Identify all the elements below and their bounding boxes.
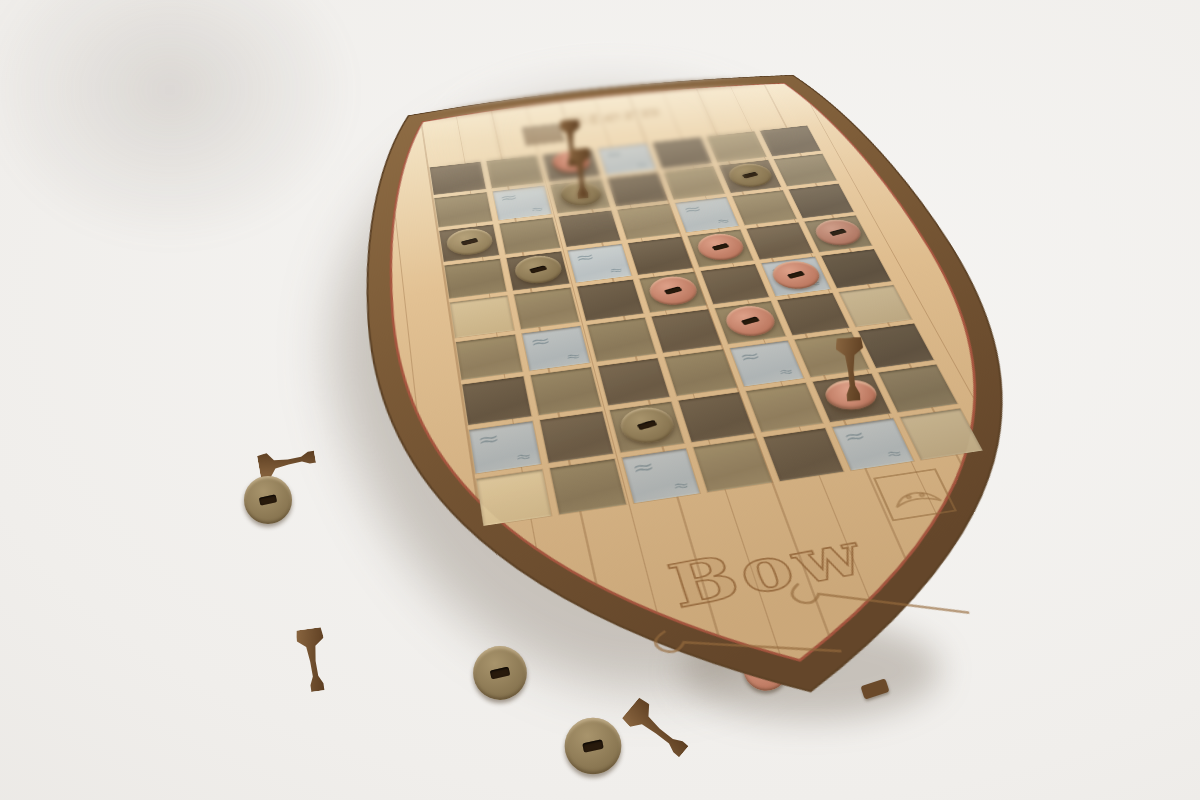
disc-slot <box>741 316 760 325</box>
standing-pin-on-pink-disc[interactable] <box>826 333 877 399</box>
disc-slot <box>664 286 682 294</box>
wood-disc-piece-table[interactable] <box>244 476 292 524</box>
disc-slot <box>787 271 805 279</box>
belaying-pin-piece-table[interactable] <box>257 445 317 479</box>
disc-slot <box>259 494 277 505</box>
game-board: Stern Bow <box>349 59 1193 773</box>
disc-slot <box>529 265 547 273</box>
standing-pin-on-wood-disc[interactable] <box>561 145 601 197</box>
disc-slot <box>742 172 759 179</box>
photo-scene: Stern Bow <box>0 0 1200 800</box>
disc-slot <box>582 739 604 752</box>
disc-slot <box>712 243 730 251</box>
belaying-pin-piece-table[interactable] <box>295 627 331 693</box>
disc-slot <box>637 420 658 430</box>
